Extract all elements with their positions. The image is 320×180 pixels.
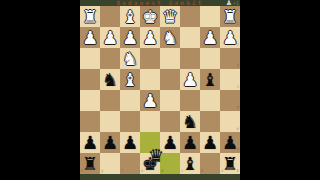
material-indicator: ♟ +1: [226, 0, 239, 6]
square-h7[interactable]: ♟: [80, 132, 100, 153]
file-label: d: [161, 169, 163, 173]
square-f5[interactable]: [120, 90, 140, 111]
white-pawn: ♟: [100, 27, 120, 48]
square-d2[interactable]: ♞: [160, 27, 180, 48]
square-c3[interactable]: [180, 48, 200, 69]
black-rook: ♜: [80, 153, 100, 174]
square-g2[interactable]: ♟: [100, 27, 120, 48]
rank-label: 6: [237, 127, 239, 131]
white-pawn: ♟: [140, 27, 160, 48]
white-queen: ♛: [160, 6, 180, 27]
white-knight: ♞: [160, 27, 180, 48]
chess-app-window: Budapest Gambit ♟ +1 ♜♝♚♛♜1♟♟♟♟♞♟♟2♞3♞♝♟…: [80, 0, 240, 180]
square-b1[interactable]: [200, 6, 220, 27]
square-a3[interactable]: 3: [220, 48, 240, 69]
square-g6[interactable]: [100, 111, 120, 132]
square-b3[interactable]: [200, 48, 220, 69]
black-pawn: ♟: [220, 132, 240, 153]
white-rook: ♜: [220, 6, 240, 27]
square-e5[interactable]: ♟: [140, 90, 160, 111]
title-bar: Budapest Gambit ♟ +1: [80, 0, 240, 6]
black-pawn: ♟: [180, 132, 200, 153]
black-knight: ♞: [180, 111, 200, 132]
black-pawn: ♟: [100, 132, 120, 153]
white-pawn: ♟: [80, 27, 100, 48]
square-d6[interactable]: [160, 111, 180, 132]
square-a6[interactable]: 6: [220, 111, 240, 132]
square-g3[interactable]: [100, 48, 120, 69]
rank-label: 3: [237, 64, 239, 68]
square-f7[interactable]: ♟: [120, 132, 140, 153]
moving-black-queen: ♛: [146, 145, 166, 167]
square-b5[interactable]: [200, 90, 220, 111]
rank-label: 1: [237, 22, 239, 26]
square-e2[interactable]: ♟: [140, 27, 160, 48]
square-b6[interactable]: [200, 111, 220, 132]
rank-label: 7: [237, 148, 239, 152]
white-pawn: ♟: [200, 27, 220, 48]
file-label: g: [101, 169, 103, 173]
white-knight: ♞: [120, 48, 140, 69]
white-bishop: ♝: [120, 6, 140, 27]
black-rook: ♜: [220, 153, 240, 174]
square-e6[interactable]: [140, 111, 160, 132]
square-f4[interactable]: ♝: [120, 69, 140, 90]
file-label: f: [121, 169, 123, 173]
square-a2[interactable]: ♟2: [220, 27, 240, 48]
file-label: h: [81, 169, 83, 173]
square-c8[interactable]: ♝c: [180, 153, 200, 174]
square-g4[interactable]: ♞: [100, 69, 120, 90]
square-a4[interactable]: 4: [220, 69, 240, 90]
square-h6[interactable]: [80, 111, 100, 132]
white-king: ♚: [140, 6, 160, 27]
square-h5[interactable]: [80, 90, 100, 111]
square-h2[interactable]: ♟: [80, 27, 100, 48]
square-d4[interactable]: [160, 69, 180, 90]
square-e4[interactable]: [140, 69, 160, 90]
square-e3[interactable]: [140, 48, 160, 69]
white-pawn: ♟: [180, 69, 200, 90]
square-c1[interactable]: [180, 6, 200, 27]
square-f6[interactable]: [120, 111, 140, 132]
white-pawn: ♟: [140, 90, 160, 111]
square-g7[interactable]: ♟: [100, 132, 120, 153]
rank-label: 8: [237, 169, 239, 173]
square-b8[interactable]: b: [200, 153, 220, 174]
white-pawn-icon: ♟: [226, 0, 232, 6]
square-g1[interactable]: [100, 6, 120, 27]
white-rook: ♜: [80, 6, 100, 27]
opening-title: Budapest Gambit: [80, 0, 240, 6]
square-e1[interactable]: ♚: [140, 6, 160, 27]
screen: Budapest Gambit ♟ +1 ♜♝♚♛♜1♟♟♟♟♞♟♟2♞3♞♝♟…: [0, 0, 320, 180]
white-pawn: ♟: [220, 27, 240, 48]
square-a5[interactable]: 5: [220, 90, 240, 111]
square-d5[interactable]: [160, 90, 180, 111]
square-f1[interactable]: ♝: [120, 6, 140, 27]
status-bar: [80, 174, 240, 180]
square-g8[interactable]: g: [100, 153, 120, 174]
square-a7[interactable]: ♟7: [220, 132, 240, 153]
file-label: e: [141, 169, 143, 173]
square-c2[interactable]: [180, 27, 200, 48]
square-b2[interactable]: ♟: [200, 27, 220, 48]
square-d1[interactable]: ♛: [160, 6, 180, 27]
square-h8[interactable]: ♜h: [80, 153, 100, 174]
square-h3[interactable]: [80, 48, 100, 69]
square-g5[interactable]: [100, 90, 120, 111]
square-f8[interactable]: f: [120, 153, 140, 174]
white-pawn: ♟: [120, 27, 140, 48]
file-label: b: [201, 169, 203, 173]
black-pawn: ♟: [120, 132, 140, 153]
square-h4[interactable]: [80, 69, 100, 90]
square-h1[interactable]: ♜: [80, 6, 100, 27]
square-c6[interactable]: ♞: [180, 111, 200, 132]
black-knight: ♞: [100, 69, 120, 90]
square-f2[interactable]: ♟: [120, 27, 140, 48]
square-c5[interactable]: [180, 90, 200, 111]
black-pawn: ♟: [80, 132, 100, 153]
rank-label: 4: [237, 85, 239, 89]
black-pawn: ♟: [200, 132, 220, 153]
square-b7[interactable]: ♟: [200, 132, 220, 153]
square-b4[interactable]: ♝: [200, 69, 220, 90]
rank-label: 5: [237, 106, 239, 110]
rank-label: 2: [237, 43, 239, 47]
black-bishop: ♝: [200, 69, 220, 90]
white-bishop: ♝: [120, 69, 140, 90]
square-a1[interactable]: ♜1: [220, 6, 240, 27]
square-c4[interactable]: ♟: [180, 69, 200, 90]
file-label: a: [221, 169, 223, 173]
black-bishop: ♝: [180, 153, 200, 174]
file-label: c: [181, 169, 183, 173]
square-a8[interactable]: ♜8a: [220, 153, 240, 174]
square-c7[interactable]: ♟: [180, 132, 200, 153]
square-f3[interactable]: ♞: [120, 48, 140, 69]
material-score: +1: [233, 0, 239, 6]
square-d3[interactable]: [160, 48, 180, 69]
